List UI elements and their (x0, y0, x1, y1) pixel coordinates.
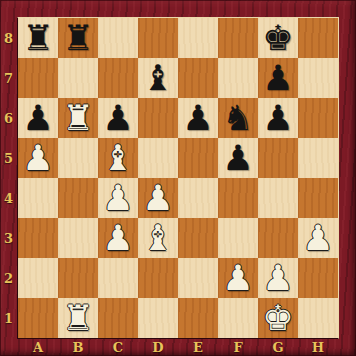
square-b2[interactable] (58, 258, 98, 298)
white-pawn[interactable]: ♟ (302, 221, 333, 256)
white-king[interactable]: ♚ (262, 301, 293, 336)
square-a6[interactable]: ♟ (18, 98, 58, 138)
square-f1[interactable] (218, 298, 258, 338)
square-d8[interactable] (138, 18, 178, 58)
square-f7[interactable] (218, 58, 258, 98)
square-h5[interactable] (298, 138, 338, 178)
rank-label-5: 5 (0, 138, 17, 178)
square-a5[interactable]: ♟ (18, 138, 58, 178)
square-b6[interactable]: ♜ (58, 98, 98, 138)
square-f2[interactable]: ♟ (218, 258, 258, 298)
square-f5[interactable]: ♟ (218, 138, 258, 178)
square-c6[interactable]: ♟ (98, 98, 138, 138)
chess-board-frame: 87654321 ♜♜♚♝♟♟♜♟♟♞♟♟♝♟♟♟♟♝♟♟♟♜♚ ABCDEFG… (0, 0, 356, 356)
square-e7[interactable] (178, 58, 218, 98)
square-e6[interactable]: ♟ (178, 98, 218, 138)
square-h3[interactable]: ♟ (298, 218, 338, 258)
file-label-d: D (138, 338, 178, 356)
square-e1[interactable] (178, 298, 218, 338)
rank-label-2: 2 (0, 258, 17, 298)
file-label-a: A (18, 338, 58, 356)
white-bishop[interactable]: ♝ (102, 141, 133, 176)
square-h4[interactable] (298, 178, 338, 218)
file-label-g: G (258, 338, 298, 356)
black-pawn[interactable]: ♟ (182, 101, 213, 136)
square-h2[interactable] (298, 258, 338, 298)
rank-label-6: 6 (0, 98, 17, 138)
file-label-b: B (58, 338, 98, 356)
black-pawn[interactable]: ♟ (262, 101, 293, 136)
square-g6[interactable]: ♟ (258, 98, 298, 138)
square-c2[interactable] (98, 258, 138, 298)
white-pawn[interactable]: ♟ (222, 261, 253, 296)
square-g5[interactable] (258, 138, 298, 178)
rank-label-8: 8 (0, 18, 17, 58)
square-b8[interactable]: ♜ (58, 18, 98, 58)
square-c8[interactable] (98, 18, 138, 58)
square-e4[interactable] (178, 178, 218, 218)
square-g1[interactable]: ♚ (258, 298, 298, 338)
square-d4[interactable]: ♟ (138, 178, 178, 218)
square-b7[interactable] (58, 58, 98, 98)
rank-label-4: 4 (0, 178, 17, 218)
white-rook[interactable]: ♜ (62, 101, 93, 136)
square-c1[interactable] (98, 298, 138, 338)
square-c7[interactable] (98, 58, 138, 98)
square-h1[interactable] (298, 298, 338, 338)
square-f8[interactable] (218, 18, 258, 58)
square-a1[interactable] (18, 298, 58, 338)
file-label-h: H (298, 338, 338, 356)
square-a2[interactable] (18, 258, 58, 298)
square-h8[interactable] (298, 18, 338, 58)
white-pawn[interactable]: ♟ (102, 221, 133, 256)
square-e8[interactable] (178, 18, 218, 58)
file-label-c: C (98, 338, 138, 356)
square-a7[interactable] (18, 58, 58, 98)
rank-label-1: 1 (0, 298, 17, 338)
black-pawn[interactable]: ♟ (22, 101, 53, 136)
black-rook[interactable]: ♜ (22, 21, 53, 56)
white-pawn[interactable]: ♟ (262, 261, 293, 296)
rank-labels: 87654321 (0, 18, 17, 338)
file-labels: ABCDEFGH (18, 338, 338, 356)
black-pawn[interactable]: ♟ (102, 101, 133, 136)
square-g7[interactable]: ♟ (258, 58, 298, 98)
file-label-e: E (178, 338, 218, 356)
square-a8[interactable]: ♜ (18, 18, 58, 58)
square-d2[interactable] (138, 258, 178, 298)
square-g8[interactable]: ♚ (258, 18, 298, 58)
square-h6[interactable] (298, 98, 338, 138)
square-d5[interactable] (138, 138, 178, 178)
white-pawn[interactable]: ♟ (142, 181, 173, 216)
black-rook[interactable]: ♜ (62, 21, 93, 56)
black-bishop[interactable]: ♝ (142, 61, 173, 96)
file-label-f: F (218, 338, 258, 356)
square-c3[interactable]: ♟ (98, 218, 138, 258)
black-king[interactable]: ♚ (262, 21, 293, 56)
square-d1[interactable] (138, 298, 178, 338)
square-e5[interactable] (178, 138, 218, 178)
square-f6[interactable]: ♞ (218, 98, 258, 138)
square-b3[interactable] (58, 218, 98, 258)
rank-label-3: 3 (0, 218, 17, 258)
square-e2[interactable] (178, 258, 218, 298)
white-rook[interactable]: ♜ (62, 301, 93, 336)
square-f3[interactable] (218, 218, 258, 258)
square-g4[interactable] (258, 178, 298, 218)
white-pawn[interactable]: ♟ (22, 141, 53, 176)
black-pawn[interactable]: ♟ (262, 61, 293, 96)
square-e3[interactable] (178, 218, 218, 258)
square-h7[interactable] (298, 58, 338, 98)
black-knight[interactable]: ♞ (222, 101, 253, 136)
square-b4[interactable] (58, 178, 98, 218)
black-pawn[interactable]: ♟ (222, 141, 253, 176)
square-a4[interactable] (18, 178, 58, 218)
square-g3[interactable] (258, 218, 298, 258)
board: ♜♜♚♝♟♟♜♟♟♞♟♟♝♟♟♟♟♝♟♟♟♜♚ (17, 17, 339, 339)
square-c4[interactable]: ♟ (98, 178, 138, 218)
square-d3[interactable]: ♝ (138, 218, 178, 258)
square-g2[interactable]: ♟ (258, 258, 298, 298)
square-c5[interactable]: ♝ (98, 138, 138, 178)
square-d6[interactable] (138, 98, 178, 138)
square-a3[interactable] (18, 218, 58, 258)
rank-label-7: 7 (0, 58, 17, 98)
square-b1[interactable]: ♜ (58, 298, 98, 338)
white-bishop[interactable]: ♝ (142, 221, 173, 256)
square-f4[interactable] (218, 178, 258, 218)
white-pawn[interactable]: ♟ (102, 181, 133, 216)
square-d7[interactable]: ♝ (138, 58, 178, 98)
square-b5[interactable] (58, 138, 98, 178)
